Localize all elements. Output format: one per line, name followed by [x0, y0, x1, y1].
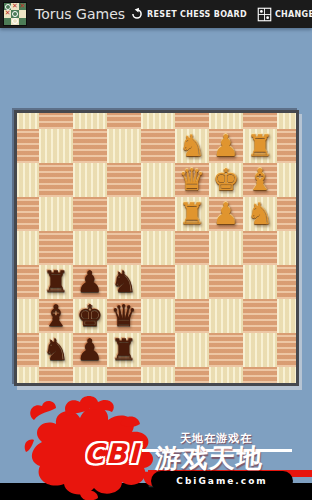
board-square[interactable]: [17, 129, 39, 163]
board-square[interactable]: [39, 163, 73, 197]
board-square[interactable]: [277, 163, 296, 197]
board-square[interactable]: [209, 113, 243, 129]
board-square[interactable]: [175, 299, 209, 333]
board-square[interactable]: [141, 163, 175, 197]
white-pawn[interactable]: ♟: [209, 197, 243, 231]
app-icon-cell: ✕: [19, 3, 26, 10]
board-square[interactable]: [277, 231, 296, 265]
board-square[interactable]: [243, 231, 277, 265]
board-square[interactable]: [39, 231, 73, 265]
board-square[interactable]: [39, 129, 73, 163]
board-square[interactable]: [73, 129, 107, 163]
board-square[interactable]: [209, 299, 243, 333]
board-square[interactable]: [141, 367, 175, 383]
board-square[interactable]: [73, 231, 107, 265]
app-icon-cell: [4, 18, 11, 25]
board-square[interactable]: [107, 113, 141, 129]
white-knight[interactable]: ♞: [175, 129, 209, 163]
app-bar-actions: RESET CHESS BOARD CHANGE GAME ⋮: [125, 0, 312, 28]
watermark-slogan-small: 天地在游戏在: [180, 431, 252, 446]
board-square[interactable]: [73, 113, 107, 129]
board-square[interactable]: [107, 129, 141, 163]
black-pawn[interactable]: ♟: [73, 333, 107, 367]
board-square[interactable]: [39, 113, 73, 129]
board-square[interactable]: [17, 367, 39, 383]
watermark-red-bar: [148, 470, 312, 477]
white-king[interactable]: ♚: [209, 163, 243, 197]
board-square[interactable]: [17, 163, 39, 197]
board-square[interactable]: [17, 333, 39, 367]
app-icon-cell: ✕: [4, 10, 11, 17]
change-game-button[interactable]: CHANGE GAME: [252, 0, 312, 28]
torus-games-screen: ✕✕✕ Torus Games RESET CHESS BOARD CHANGE…: [0, 0, 312, 500]
app-icon-cell: [19, 18, 26, 25]
app-bar: ✕✕✕ Torus Games RESET CHESS BOARD CHANGE…: [0, 0, 312, 28]
board-square[interactable]: [141, 265, 175, 299]
back-icon[interactable]: [77, 468, 100, 491]
board-square[interactable]: [141, 129, 175, 163]
white-bishop[interactable]: ♝: [243, 163, 277, 197]
board-square[interactable]: [209, 367, 243, 383]
board-square[interactable]: [107, 367, 141, 383]
app-icon-cell: ✕: [11, 3, 18, 10]
board-square[interactable]: [141, 197, 175, 231]
white-pawn[interactable]: ♟: [209, 129, 243, 163]
board-square[interactable]: [73, 163, 107, 197]
board-square[interactable]: [175, 113, 209, 129]
board-square[interactable]: [277, 299, 296, 333]
board-square[interactable]: [17, 197, 39, 231]
watermark-underline: [142, 449, 292, 452]
black-knight[interactable]: ♞: [107, 265, 141, 299]
white-queen[interactable]: ♛: [175, 163, 209, 197]
board-square[interactable]: [243, 367, 277, 383]
board-square[interactable]: [17, 299, 39, 333]
board-square[interactable]: [277, 367, 296, 383]
board-square[interactable]: [209, 333, 243, 367]
board-square[interactable]: [39, 197, 73, 231]
white-rook[interactable]: ♜: [175, 197, 209, 231]
board-square[interactable]: [107, 231, 141, 265]
change-game-label: CHANGE GAME: [275, 10, 312, 19]
board-square[interactable]: [73, 197, 107, 231]
board-square[interactable]: [107, 163, 141, 197]
app-icon-cell: [19, 10, 26, 17]
board-square[interactable]: [243, 265, 277, 299]
board-square[interactable]: [243, 113, 277, 129]
black-bishop[interactable]: ♝: [39, 299, 73, 333]
white-knight[interactable]: ♞: [243, 197, 277, 231]
board-square[interactable]: [17, 265, 39, 299]
board-square[interactable]: [107, 197, 141, 231]
home-icon[interactable]: [144, 468, 167, 491]
black-pawn[interactable]: ♟: [73, 265, 107, 299]
board-square[interactable]: [17, 113, 39, 129]
recents-icon[interactable]: [204, 468, 227, 491]
white-rook[interactable]: ♜: [243, 129, 277, 163]
reset-chess-board-button[interactable]: RESET CHESS BOARD: [125, 0, 252, 28]
watermark-brand: CBI: [84, 438, 140, 469]
black-queen[interactable]: ♛: [107, 299, 141, 333]
black-king[interactable]: ♚: [73, 299, 107, 333]
board-square[interactable]: [175, 367, 209, 383]
board-square[interactable]: [243, 299, 277, 333]
board-square[interactable]: [39, 367, 73, 383]
board-square[interactable]: [175, 265, 209, 299]
board-square[interactable]: [141, 333, 175, 367]
board-square[interactable]: [277, 197, 296, 231]
board-square[interactable]: [141, 231, 175, 265]
black-rook[interactable]: ♜: [39, 265, 73, 299]
app-icon-cell: [11, 10, 18, 17]
board-square[interactable]: [209, 231, 243, 265]
board-square[interactable]: [17, 231, 39, 265]
reset-icon: [130, 7, 144, 21]
app-title: Torus Games: [35, 6, 125, 22]
black-rook[interactable]: ♜: [107, 333, 141, 367]
board-square[interactable]: [277, 129, 296, 163]
board-square[interactable]: [141, 299, 175, 333]
board-square[interactable]: [175, 231, 209, 265]
black-knight[interactable]: ♞: [39, 333, 73, 367]
board-square[interactable]: [277, 265, 296, 299]
board-frame: ♞♟♜♛♚♝♜♟♞♜♟♞♝♚♛♞♟♜: [14, 110, 299, 386]
content-area: ♞♟♜♛♚♝♜♟♞♜♟♞♝♚♛♞♟♜ 天地在游戏: [0, 28, 312, 500]
board-square[interactable]: [73, 367, 107, 383]
board-square[interactable]: [141, 113, 175, 129]
reset-chess-board-label: RESET CHESS BOARD: [147, 10, 247, 19]
board-square[interactable]: [277, 113, 296, 129]
board-square[interactable]: [277, 333, 296, 367]
torus-games-app-icon: ✕✕✕: [3, 2, 27, 26]
board-square[interactable]: [209, 265, 243, 299]
change-game-icon: [257, 7, 272, 22]
board-square[interactable]: [243, 333, 277, 367]
board-square[interactable]: [175, 333, 209, 367]
app-icon-cell: [11, 18, 18, 25]
chess-board: ♞♟♜♛♚♝♜♟♞♜♟♞♝♚♛♞♟♜: [17, 113, 296, 383]
